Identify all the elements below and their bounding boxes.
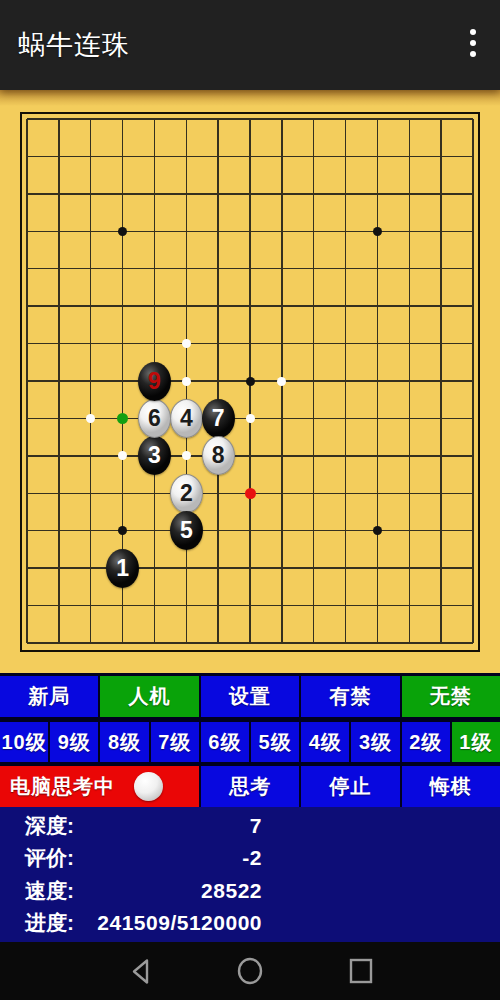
button-level-2[interactable]: 2级: [402, 722, 450, 762]
marker-white: [277, 377, 286, 386]
stone-3-black: 3: [138, 436, 171, 475]
button-settings[interactable]: 设置: [201, 676, 299, 717]
board-area: 123456789: [0, 90, 500, 673]
button-stop[interactable]: 停止: [301, 766, 399, 807]
stat-row: 进度:241509/5120000: [0, 909, 500, 937]
star-point: [373, 526, 382, 535]
grid-line-v: [377, 119, 379, 643]
stat-row: 评价:-2: [0, 844, 500, 872]
control-panel: 新局人机设置有禁无禁 10级9级8级7级6级5级4级3级2级1级 电脑思考中思考…: [0, 673, 500, 807]
app-title: 蜗牛连珠: [18, 27, 130, 63]
back-icon[interactable]: [126, 956, 156, 986]
white-stone-icon: [134, 772, 163, 801]
star-point: [373, 227, 382, 236]
grid-line-v: [472, 119, 474, 643]
button-level-5[interactable]: 5级: [251, 722, 299, 762]
star-point: [118, 227, 127, 236]
stat-label: 评价:: [25, 846, 74, 869]
stone-4-white: 4: [170, 399, 203, 438]
stat-row: 深度:7: [0, 812, 500, 840]
engine-stats-panel: 深度:7评价:-2速度:28522进度:241509/5120000: [0, 807, 500, 942]
grid-line-h: [27, 605, 473, 607]
stat-value: 241509/5120000: [97, 909, 262, 937]
button-think[interactable]: 思考: [201, 766, 299, 807]
stat-label: 速度:: [25, 879, 74, 902]
title-bar: 蜗牛连珠: [0, 0, 500, 90]
stat-label: 深度:: [25, 814, 74, 837]
stat-label: 进度:: [25, 911, 74, 934]
stat-row: 速度:28522: [0, 877, 500, 905]
marker-white: [118, 451, 127, 460]
star-point: [246, 377, 255, 386]
button-level-9[interactable]: 9级: [50, 722, 98, 762]
stone-8-white: 8: [202, 436, 235, 475]
button-new-game[interactable]: 新局: [0, 676, 98, 717]
button-level-6[interactable]: 6级: [201, 722, 249, 762]
stone-5-black: 5: [170, 511, 203, 550]
star-point: [118, 526, 127, 535]
button-level-4[interactable]: 4级: [301, 722, 349, 762]
grid-line-h: [27, 530, 473, 532]
home-icon[interactable]: [235, 956, 265, 986]
marker-white: [246, 414, 255, 423]
app-screen: 蜗牛连珠 123456789 新局人机设置有禁无禁 10级9级8级7级6级5级4…: [0, 0, 500, 1000]
stone-2-white: 2: [170, 474, 203, 513]
button-undo[interactable]: 悔棋: [402, 766, 500, 807]
marker-red: [245, 488, 256, 499]
button-level-7[interactable]: 7级: [151, 722, 199, 762]
board-grid: 123456789: [27, 119, 473, 643]
marker-green: [117, 413, 128, 424]
recents-icon[interactable]: [346, 956, 376, 986]
marker-white: [182, 451, 191, 460]
stone-1-black: 1: [106, 549, 139, 588]
grid-line-h: [27, 567, 473, 569]
marker-white: [86, 414, 95, 423]
button-row-main: 新局人机设置有禁无禁: [0, 676, 500, 717]
grid-line-h: [27, 642, 473, 644]
stat-value: -2: [97, 844, 262, 872]
button-level-8[interactable]: 8级: [100, 722, 148, 762]
stat-value: 7: [97, 812, 262, 840]
marker-white: [182, 339, 191, 348]
button-row-actions: 电脑思考中思考停止悔棋: [0, 766, 500, 807]
button-level-10[interactable]: 10级: [0, 722, 48, 762]
button-human-vs-ai[interactable]: 人机: [100, 676, 198, 717]
button-with-forbidden[interactable]: 有禁: [301, 676, 399, 717]
grid-line-v: [345, 119, 347, 643]
button-level-3[interactable]: 3级: [351, 722, 399, 762]
button-level-1[interactable]: 1级: [452, 722, 500, 762]
stat-value: 28522: [97, 877, 262, 905]
button-no-forbidden[interactable]: 无禁: [402, 676, 500, 717]
button-row-levels: 10级9级8级7级6级5级4级3级2级1级: [0, 722, 500, 762]
grid-line-v: [313, 119, 315, 643]
grid-line-h: [27, 455, 473, 457]
goban[interactable]: 123456789: [20, 112, 480, 652]
computer-thinking-status: 电脑思考中: [0, 766, 199, 807]
stone-9-black: 9: [138, 362, 171, 401]
grid-line-v: [409, 119, 411, 643]
marker-white: [182, 377, 191, 386]
stone-7-black: 7: [202, 399, 235, 438]
grid-line-v: [440, 119, 442, 643]
android-nav-bar: [0, 942, 500, 1000]
thinking-label: 电脑思考中: [10, 773, 115, 800]
overflow-menu-icon[interactable]: [470, 29, 476, 57]
stone-6-white: 6: [138, 399, 171, 438]
